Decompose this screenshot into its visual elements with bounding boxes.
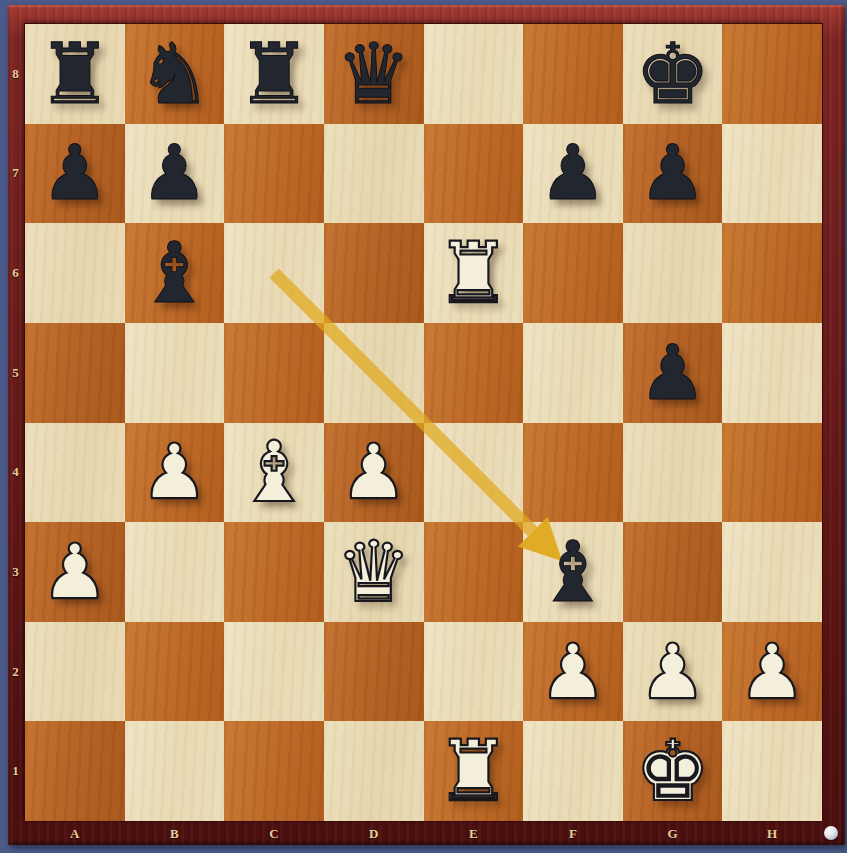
- square-h4[interactable]: [722, 423, 822, 523]
- piece-wQ-d3[interactable]: ♛: [336, 530, 411, 614]
- square-e5[interactable]: [424, 323, 524, 423]
- piece-wK-g1[interactable]: ♚: [635, 729, 710, 813]
- rank-label-1: 1: [6, 721, 25, 821]
- square-d8[interactable]: ♛: [324, 24, 424, 124]
- rank-label-5: 5: [6, 323, 25, 423]
- piece-wP-b4[interactable]: ♟: [140, 434, 208, 510]
- square-e3[interactable]: [424, 522, 524, 622]
- piece-bR-c8[interactable]: ♜: [236, 32, 311, 116]
- file-label-B: B: [125, 822, 225, 845]
- square-c3[interactable]: [224, 522, 324, 622]
- file-label-H: H: [722, 822, 822, 845]
- file-label-D: D: [324, 822, 424, 845]
- square-f5[interactable]: [523, 323, 623, 423]
- square-c6[interactable]: [224, 223, 324, 323]
- square-g2[interactable]: ♟: [623, 622, 723, 722]
- rank-label-7: 7: [6, 124, 25, 224]
- piece-wP-f2[interactable]: ♟: [539, 634, 607, 710]
- square-d7[interactable]: [324, 124, 424, 224]
- square-f4[interactable]: [523, 423, 623, 523]
- square-h7[interactable]: [722, 124, 822, 224]
- piece-bN-b8[interactable]: ♞: [137, 32, 212, 116]
- square-c7[interactable]: [224, 124, 324, 224]
- square-g1[interactable]: ♚: [623, 721, 723, 821]
- chess-board-window: ♜♞♜♛♚♟♟♟♟♝♜♟♟♝♟♟♛♝♟♟♟♜♚ 87654321ABCDEFGH: [0, 0, 847, 853]
- square-b1[interactable]: [125, 721, 225, 821]
- file-label-F: F: [523, 822, 623, 845]
- square-a8[interactable]: ♜: [25, 24, 125, 124]
- square-a1[interactable]: [25, 721, 125, 821]
- file-label-E: E: [424, 822, 524, 845]
- square-f6[interactable]: [523, 223, 623, 323]
- square-b8[interactable]: ♞: [125, 24, 225, 124]
- square-d6[interactable]: [324, 223, 424, 323]
- piece-wP-h2[interactable]: ♟: [738, 634, 806, 710]
- square-h2[interactable]: ♟: [722, 622, 822, 722]
- piece-bP-f7[interactable]: ♟: [539, 135, 607, 211]
- square-g8[interactable]: ♚: [623, 24, 723, 124]
- square-d3[interactable]: ♛: [324, 522, 424, 622]
- square-e2[interactable]: [424, 622, 524, 722]
- file-label-G: G: [623, 822, 723, 845]
- square-c2[interactable]: [224, 622, 324, 722]
- piece-bB-b6[interactable]: ♝: [137, 231, 212, 315]
- square-e8[interactable]: [424, 24, 524, 124]
- square-e1[interactable]: ♜: [424, 721, 524, 821]
- square-b3[interactable]: [125, 522, 225, 622]
- piece-wP-d4[interactable]: ♟: [340, 434, 408, 510]
- square-a2[interactable]: [25, 622, 125, 722]
- square-d2[interactable]: [324, 622, 424, 722]
- square-d1[interactable]: [324, 721, 424, 821]
- square-h6[interactable]: [722, 223, 822, 323]
- piece-bP-g7[interactable]: ♟: [638, 135, 706, 211]
- square-f1[interactable]: [523, 721, 623, 821]
- square-f2[interactable]: ♟: [523, 622, 623, 722]
- piece-wP-a3[interactable]: ♟: [41, 534, 109, 610]
- square-c1[interactable]: [224, 721, 324, 821]
- rank-label-8: 8: [6, 24, 25, 124]
- piece-bR-a8[interactable]: ♜: [37, 32, 112, 116]
- piece-bB-f3[interactable]: ♝: [535, 530, 610, 614]
- square-a5[interactable]: [25, 323, 125, 423]
- square-c5[interactable]: [224, 323, 324, 423]
- square-f7[interactable]: ♟: [523, 124, 623, 224]
- square-c8[interactable]: ♜: [224, 24, 324, 124]
- square-g5[interactable]: ♟: [623, 323, 723, 423]
- square-h5[interactable]: [722, 323, 822, 423]
- rank-label-4: 4: [6, 423, 25, 523]
- square-b2[interactable]: [125, 622, 225, 722]
- square-d4[interactable]: ♟: [324, 423, 424, 523]
- rank-label-6: 6: [6, 223, 25, 323]
- side-to-move-indicator: [824, 826, 838, 840]
- square-f3[interactable]: ♝: [523, 522, 623, 622]
- piece-bQ-d8[interactable]: ♛: [336, 32, 411, 116]
- square-g7[interactable]: ♟: [623, 124, 723, 224]
- rank-label-3: 3: [6, 522, 25, 622]
- rank-label-2: 2: [6, 622, 25, 722]
- piece-bP-b7[interactable]: ♟: [140, 135, 208, 211]
- square-b7[interactable]: ♟: [125, 124, 225, 224]
- square-e4[interactable]: [424, 423, 524, 523]
- square-d5[interactable]: [324, 323, 424, 423]
- file-label-A: A: [25, 822, 125, 845]
- file-label-C: C: [224, 822, 324, 845]
- square-b4[interactable]: ♟: [125, 423, 225, 523]
- square-a6[interactable]: [25, 223, 125, 323]
- square-a3[interactable]: ♟: [25, 522, 125, 622]
- piece-wP-g2[interactable]: ♟: [638, 634, 706, 710]
- square-g6[interactable]: [623, 223, 723, 323]
- square-h3[interactable]: [722, 522, 822, 622]
- piece-bK-g8[interactable]: ♚: [635, 32, 710, 116]
- square-b6[interactable]: ♝: [125, 223, 225, 323]
- piece-wR-e6[interactable]: ♜: [436, 231, 511, 315]
- piece-bP-g5[interactable]: ♟: [638, 335, 706, 411]
- square-h8[interactable]: [722, 24, 822, 124]
- piece-wR-e1[interactable]: ♜: [436, 729, 511, 813]
- square-e6[interactable]: ♜: [424, 223, 524, 323]
- square-a4[interactable]: [25, 423, 125, 523]
- square-h1[interactable]: [722, 721, 822, 821]
- square-a7[interactable]: ♟: [25, 124, 125, 224]
- square-g4[interactable]: [623, 423, 723, 523]
- square-e7[interactable]: [424, 124, 524, 224]
- chess-board: ♜♞♜♛♚♟♟♟♟♝♜♟♟♝♟♟♛♝♟♟♟♜♚: [25, 24, 822, 821]
- piece-bP-a7[interactable]: ♟: [41, 135, 109, 211]
- square-c4[interactable]: ♝: [224, 423, 324, 523]
- square-b5[interactable]: [125, 323, 225, 423]
- square-f8[interactable]: [523, 24, 623, 124]
- piece-wB-c4[interactable]: ♝: [236, 430, 311, 514]
- square-g3[interactable]: [623, 522, 723, 622]
